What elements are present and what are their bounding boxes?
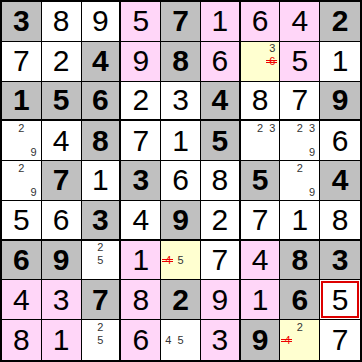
cell-value: 5 (252, 165, 269, 195)
cell-r4c1[interactable]: 29 (2, 121, 42, 161)
cell-value: 2 (132, 85, 149, 115)
cell-r1c4[interactable]: 5 (121, 2, 161, 42)
cell-r2c4[interactable]: 9 (121, 42, 161, 82)
candidate-grid: 239 (281, 122, 318, 159)
cell-r3c5[interactable]: 3 (161, 82, 201, 122)
cell-value: 1 (172, 126, 189, 156)
cell-r3c8[interactable]: 7 (280, 82, 320, 122)
cell-value: 8 (53, 6, 70, 36)
cell-r6c3[interactable]: 3 (82, 201, 122, 241)
cell-value: 9 (92, 6, 109, 36)
cell-r2c7[interactable]: 36 (241, 42, 281, 82)
cell-r1c5[interactable]: 7 (161, 2, 201, 42)
cell-r9c6[interactable]: 3 (201, 320, 241, 360)
cell-r9c7[interactable]: 9 (241, 320, 281, 360)
candidate-grid: 45 (162, 242, 199, 279)
cell-r3c7[interactable]: 8 (241, 82, 281, 122)
cell-value: 2 (53, 46, 70, 76)
cell-value: 3 (53, 285, 70, 315)
cell-value: 3 (211, 325, 228, 355)
cell-value: 5 (53, 85, 70, 115)
candidate-mark: 3 (266, 122, 278, 134)
cell-r1c1[interactable]: 3 (2, 2, 42, 42)
cell-value: 8 (332, 205, 349, 235)
cell-r8c6[interactable]: 9 (201, 280, 241, 320)
cell-value: 8 (172, 46, 189, 76)
cell-r8c2[interactable]: 3 (42, 280, 82, 320)
cell-r6c1[interactable]: 5 (2, 201, 42, 241)
cell-r3c2[interactable]: 5 (42, 82, 82, 122)
cell-value: 5 (13, 205, 30, 235)
cell-value: 9 (252, 325, 269, 355)
eliminated-candidate: 4 (162, 254, 174, 266)
cell-value: 7 (172, 6, 189, 36)
cell-r1c6[interactable]: 1 (201, 2, 241, 42)
cell-r2c6[interactable]: 6 (201, 42, 241, 82)
cell-r7c4[interactable]: 1 (121, 241, 161, 281)
cell-value: 6 (332, 126, 349, 156)
eliminated-candidate: 6 (266, 55, 278, 67)
candidate-grid: 24 (281, 321, 318, 359)
cell-value: 1 (332, 46, 349, 76)
cell-r4c6[interactable]: 5 (201, 121, 241, 161)
cell-value: 5 (132, 6, 149, 36)
cell-value: 7 (332, 325, 349, 355)
cell-value: 4 (132, 205, 149, 235)
cell-r4c4[interactable]: 7 (121, 121, 161, 161)
cell-value: 6 (211, 46, 228, 76)
cell-value: 8 (13, 325, 30, 355)
cell-r9c3[interactable]: 25 (82, 320, 122, 360)
candidate-grid: 36 (242, 43, 279, 80)
cell-r7c7[interactable]: 4 (241, 241, 281, 281)
cell-value: 7 (13, 46, 30, 76)
cell-r8c8[interactable]: 6 (280, 280, 320, 320)
candidate-grid: 29 (3, 122, 40, 159)
cell-value: 2 (172, 285, 189, 315)
cell-r5c9[interactable]: 4 (320, 161, 360, 201)
cell-value: 9 (332, 85, 349, 115)
cell-r2c3[interactable]: 4 (82, 42, 122, 82)
cell-value: 9 (53, 245, 70, 275)
cell-r3c4[interactable]: 2 (121, 82, 161, 122)
cell-r9c8[interactable]: 24 (280, 320, 320, 360)
cell-r5c5[interactable]: 6 (161, 161, 201, 201)
cell-value: 7 (291, 85, 308, 115)
cell-value: 8 (211, 165, 228, 195)
cell-value: 1 (252, 285, 269, 315)
cell-value: 4 (332, 165, 349, 195)
cell-r1c2[interactable]: 8 (42, 2, 82, 42)
candidate-grid: 29 (281, 162, 318, 199)
cell-value: 6 (252, 6, 269, 36)
cell-value: 2 (332, 6, 349, 36)
cell-value: 3 (92, 205, 109, 235)
cell-value: 4 (92, 46, 109, 76)
candidate-mark: 2 (294, 321, 306, 334)
candidate-mark: 9 (306, 147, 318, 159)
cell-value: 4 (13, 285, 30, 315)
candidate-mark: 5 (94, 254, 106, 266)
candidate-grid: 23 (242, 122, 279, 159)
cell-r7c6[interactable]: 7 (201, 241, 241, 281)
cell-r6c7[interactable]: 7 (241, 201, 281, 241)
cell-r1c8[interactable]: 4 (280, 2, 320, 42)
candidate-mark: 3 (306, 122, 318, 134)
cell-value: 7 (211, 245, 228, 275)
cell-r8c7[interactable]: 1 (241, 280, 281, 320)
cell-value: 8 (252, 85, 269, 115)
cell-r1c9[interactable]: 2 (320, 2, 360, 42)
cell-r5c1[interactable]: 29 (2, 161, 42, 201)
cell-value: 3 (172, 85, 189, 115)
candidate-mark: 9 (28, 187, 40, 199)
cell-value: 1 (211, 6, 228, 36)
cell-r9c1[interactable]: 8 (2, 320, 42, 360)
cell-r8c5[interactable]: 2 (161, 280, 201, 320)
cell-r4c5[interactable]: 1 (161, 121, 201, 161)
cell-r5c6[interactable]: 8 (201, 161, 241, 201)
cell-value: 8 (92, 126, 109, 156)
cell-r6c4[interactable]: 4 (121, 201, 161, 241)
cell-value: 9 (172, 205, 189, 235)
cell-value: 4 (211, 85, 228, 115)
cell-r6c2[interactable]: 6 (42, 201, 82, 241)
candidate-mark: 2 (294, 162, 306, 174)
cell-r8c4[interactable]: 8 (121, 280, 161, 320)
cell-r7c8[interactable]: 8 (280, 241, 320, 281)
cell-value: 7 (132, 126, 149, 156)
cell-r6c8[interactable]: 1 (280, 201, 320, 241)
cell-r7c9[interactable]: 3 (320, 241, 360, 281)
cell-r5c4[interactable]: 3 (121, 161, 161, 201)
cell-r6c9[interactable]: 8 (320, 201, 360, 241)
candidate-mark: 2 (254, 122, 266, 134)
cell-r4c9[interactable]: 6 (320, 121, 360, 161)
candidate-mark: 2 (94, 321, 106, 334)
cell-value: 1 (92, 165, 109, 195)
candidate-grid: 29 (3, 162, 40, 199)
candidate-mark: 9 (306, 187, 318, 199)
cell-value: 1 (13, 85, 30, 115)
cell-r2c2[interactable]: 2 (42, 42, 82, 82)
cell-value: 9 (132, 46, 149, 76)
cell-r4c3[interactable]: 8 (82, 121, 122, 161)
cell-r6c6[interactable]: 2 (201, 201, 241, 241)
cell-r7c3[interactable]: 25 (82, 241, 122, 281)
candidate-mark: 4 (162, 334, 174, 347)
cell-value: 4 (252, 245, 269, 275)
cell-value: 8 (291, 245, 308, 275)
cell-value: 7 (252, 205, 269, 235)
cell-r8c3[interactable]: 7 (82, 280, 122, 320)
cell-value: 1 (291, 205, 308, 235)
cell-r7c1[interactable]: 6 (2, 241, 42, 281)
cell-value: 3 (13, 6, 30, 36)
cell-value: 5 (211, 126, 228, 156)
cell-r7c5[interactable]: 45 (161, 241, 201, 281)
cell-r8c1[interactable]: 4 (2, 280, 42, 320)
eliminated-candidate: 4 (281, 334, 293, 347)
candidate-mark: 2 (15, 122, 27, 134)
candidate-mark: 2 (15, 162, 27, 174)
cell-value: 7 (53, 165, 70, 195)
cell-r9c5[interactable]: 45 (161, 320, 201, 360)
candidate-grid: 25 (83, 242, 119, 279)
cell-r3c6[interactable]: 4 (201, 82, 241, 122)
cell-value: 9 (211, 285, 228, 315)
cell-value: 4 (53, 126, 70, 156)
cell-r3c1[interactable]: 1 (2, 82, 42, 122)
sudoku-board: 3895716427249863651156234879294871523239… (0, 0, 362, 362)
cell-value: 6 (172, 165, 189, 195)
cell-value: 8 (132, 285, 149, 315)
cell-r3c3[interactable]: 6 (82, 82, 122, 122)
cell-value: 5 (332, 285, 349, 315)
cell-r3c9[interactable]: 9 (320, 82, 360, 122)
cell-r2c8[interactable]: 5 (280, 42, 320, 82)
cell-r2c5[interactable]: 8 (161, 42, 201, 82)
cell-value: 6 (92, 85, 109, 115)
cell-value: 6 (13, 245, 30, 275)
candidate-mark: 2 (94, 242, 106, 254)
cell-r1c3[interactable]: 9 (82, 2, 122, 42)
cell-r4c2[interactable]: 4 (42, 121, 82, 161)
cell-value: 4 (291, 6, 308, 36)
cell-r2c9[interactable]: 1 (320, 42, 360, 82)
cell-value: 1 (132, 245, 149, 275)
candidate-grid: 45 (162, 321, 199, 359)
cell-r4c8[interactable]: 239 (280, 121, 320, 161)
candidate-mark: 5 (174, 334, 186, 347)
cell-value: 3 (132, 165, 149, 195)
candidate-grid: 25 (83, 321, 119, 359)
cell-r1c7[interactable]: 6 (241, 2, 281, 42)
cell-value: 6 (132, 325, 149, 355)
cell-r5c8[interactable]: 29 (280, 161, 320, 201)
cell-r4c7[interactable]: 23 (241, 121, 281, 161)
cell-value: 7 (92, 285, 109, 315)
cell-value: 3 (332, 245, 349, 275)
cell-r5c7[interactable]: 5 (241, 161, 281, 201)
cell-value: 5 (291, 46, 308, 76)
cell-r5c2[interactable]: 7 (42, 161, 82, 201)
cell-r7c2[interactable]: 9 (42, 241, 82, 281)
cell-r2c1[interactable]: 7 (2, 42, 42, 82)
cell-r6c5[interactable]: 9 (161, 201, 201, 241)
candidate-mark: 5 (94, 334, 106, 347)
cell-r8c9[interactable]: 5 (320, 280, 360, 320)
candidate-mark: 9 (28, 147, 40, 159)
cell-value: 6 (291, 285, 308, 315)
cell-r9c2[interactable]: 1 (42, 320, 82, 360)
cell-r9c4[interactable]: 6 (121, 320, 161, 360)
cell-r9c9[interactable]: 7 (320, 320, 360, 360)
cell-value: 2 (211, 205, 228, 235)
candidate-mark: 3 (266, 43, 278, 55)
cell-value: 6 (53, 205, 70, 235)
candidate-mark: 5 (174, 254, 186, 266)
candidate-mark: 2 (294, 122, 306, 134)
cell-value: 1 (53, 325, 70, 355)
cell-r5c3[interactable]: 1 (82, 161, 122, 201)
